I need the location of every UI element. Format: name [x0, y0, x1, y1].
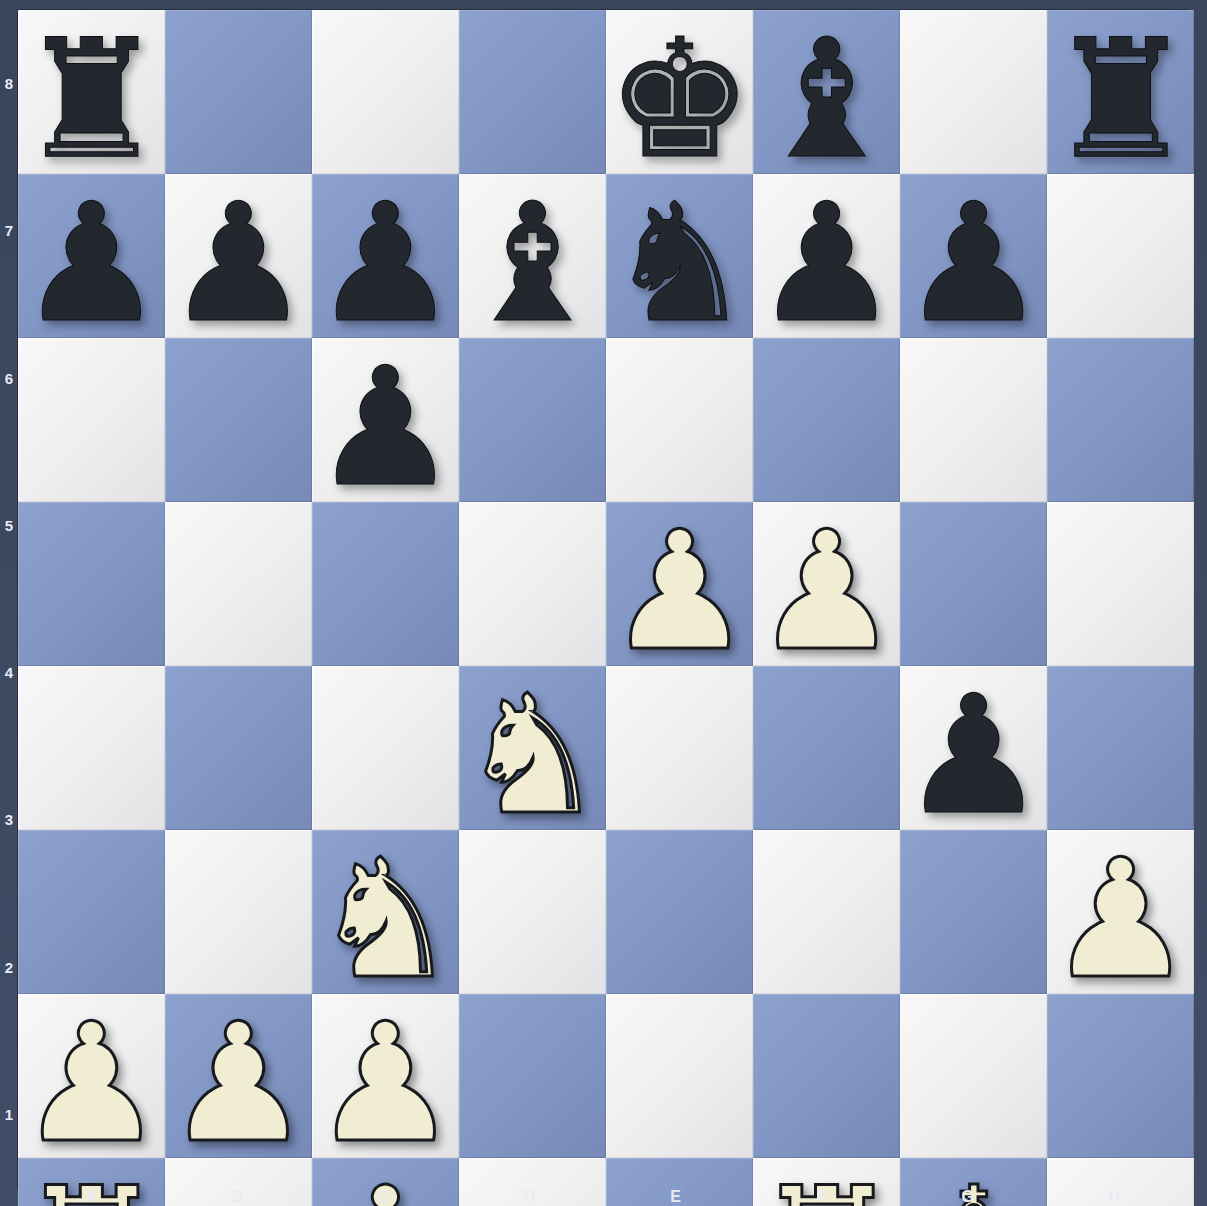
rank-label-8: 8: [0, 10, 18, 157]
square-f8[interactable]: ♝: [753, 10, 900, 174]
rank-label-3: 3: [0, 746, 18, 893]
black-pawn-g4[interactable]: ♟: [900, 674, 1047, 838]
black-pawn-f7[interactable]: ♟: [753, 182, 900, 346]
square-d4[interactable]: ♞: [459, 666, 606, 830]
square-d6[interactable]: [459, 338, 606, 502]
file-label-f: F: [749, 1188, 895, 1206]
black-pawn-b7[interactable]: ♟: [165, 182, 312, 346]
square-a2[interactable]: ♟: [18, 994, 165, 1158]
square-e3[interactable]: [606, 830, 753, 994]
black-bishop-d7[interactable]: ♝: [459, 182, 606, 346]
square-g5[interactable]: [900, 502, 1047, 666]
square-d3[interactable]: [459, 830, 606, 994]
black-pawn-c6[interactable]: ♟: [312, 346, 459, 510]
white-pawn-a2[interactable]: ♟: [18, 1002, 165, 1166]
square-c4[interactable]: [312, 666, 459, 830]
square-c8[interactable]: [312, 10, 459, 174]
square-e6[interactable]: [606, 338, 753, 502]
file-label-c: C: [310, 1188, 456, 1206]
white-knight-d4[interactable]: ♞: [459, 674, 606, 838]
white-knight-c3[interactable]: ♞: [312, 838, 459, 1002]
square-a6[interactable]: [18, 338, 165, 502]
white-pawn-h3[interactable]: ♟: [1047, 838, 1194, 1002]
square-f5[interactable]: ♟: [753, 502, 900, 666]
square-f4[interactable]: [753, 666, 900, 830]
square-c2[interactable]: ♟: [312, 994, 459, 1158]
square-f7[interactable]: ♟: [753, 174, 900, 338]
square-h2[interactable]: [1047, 994, 1194, 1158]
square-g7[interactable]: ♟: [900, 174, 1047, 338]
white-pawn-c2[interactable]: ♟: [312, 1002, 459, 1166]
square-h5[interactable]: [1047, 502, 1194, 666]
square-g4[interactable]: ♟: [900, 666, 1047, 830]
file-label-h: H: [1041, 1188, 1187, 1206]
square-b6[interactable]: [165, 338, 312, 502]
square-d5[interactable]: [459, 502, 606, 666]
square-b5[interactable]: [165, 502, 312, 666]
square-g3[interactable]: [900, 830, 1047, 994]
square-g8[interactable]: [900, 10, 1047, 174]
square-a7[interactable]: ♟: [18, 174, 165, 338]
square-a5[interactable]: [18, 502, 165, 666]
square-b3[interactable]: [165, 830, 312, 994]
square-d8[interactable]: [459, 10, 606, 174]
square-h3[interactable]: ♟: [1047, 830, 1194, 994]
black-king-e8[interactable]: ♚: [606, 18, 753, 182]
square-b8[interactable]: [165, 10, 312, 174]
file-label-a: A: [18, 1188, 164, 1206]
black-pawn-g7[interactable]: ♟: [900, 182, 1047, 346]
square-e5[interactable]: ♟: [606, 502, 753, 666]
rank-label-1: 1: [0, 1041, 18, 1188]
black-pawn-a7[interactable]: ♟: [18, 182, 165, 346]
square-b2[interactable]: ♟: [165, 994, 312, 1158]
rank-label-4: 4: [0, 599, 18, 746]
file-label-e: E: [603, 1188, 749, 1206]
square-e4[interactable]: [606, 666, 753, 830]
black-rook-a8[interactable]: ♜: [18, 18, 165, 182]
file-label-d: D: [456, 1188, 602, 1206]
square-c5[interactable]: [312, 502, 459, 666]
square-a8[interactable]: ♜: [18, 10, 165, 174]
square-e8[interactable]: ♚: [606, 10, 753, 174]
white-pawn-f5[interactable]: ♟: [753, 510, 900, 674]
square-f2[interactable]: [753, 994, 900, 1158]
rank-label-2: 2: [0, 894, 18, 1041]
black-pawn-c7[interactable]: ♟: [312, 182, 459, 346]
white-pawn-b2[interactable]: ♟: [165, 1002, 312, 1166]
square-h6[interactable]: [1047, 338, 1194, 502]
square-g6[interactable]: [900, 338, 1047, 502]
board-frame: ♜♚♝♜♟♟♟♝♞♟♟♟♟♟♞♟♞♟♟♟♟♜♝♜♚ 87654321ABCDEF…: [0, 0, 1207, 1206]
square-d7[interactable]: ♝: [459, 174, 606, 338]
square-f3[interactable]: [753, 830, 900, 994]
square-d2[interactable]: [459, 994, 606, 1158]
square-a3[interactable]: [18, 830, 165, 994]
black-knight-e7[interactable]: ♞: [606, 182, 753, 346]
square-f6[interactable]: [753, 338, 900, 502]
square-e2[interactable]: [606, 994, 753, 1158]
square-c6[interactable]: ♟: [312, 338, 459, 502]
square-h8[interactable]: ♜: [1047, 10, 1194, 174]
chess-board: ♜♚♝♜♟♟♟♝♞♟♟♟♟♟♞♟♞♟♟♟♟♜♝♜♚: [18, 10, 1187, 1188]
square-e7[interactable]: ♞: [606, 174, 753, 338]
square-c7[interactable]: ♟: [312, 174, 459, 338]
rank-label-5: 5: [0, 452, 18, 599]
square-h7[interactable]: [1047, 174, 1194, 338]
white-pawn-e5[interactable]: ♟: [606, 510, 753, 674]
file-label-g: G: [895, 1188, 1041, 1206]
square-b4[interactable]: [165, 666, 312, 830]
rank-label-7: 7: [0, 157, 18, 304]
file-label-b: B: [164, 1188, 310, 1206]
rank-label-6: 6: [0, 305, 18, 452]
square-b7[interactable]: ♟: [165, 174, 312, 338]
square-a4[interactable]: [18, 666, 165, 830]
square-g2[interactable]: [900, 994, 1047, 1158]
black-bishop-f8[interactable]: ♝: [753, 18, 900, 182]
black-rook-h8[interactable]: ♜: [1047, 18, 1194, 182]
square-c3[interactable]: ♞: [312, 830, 459, 994]
square-h4[interactable]: [1047, 666, 1194, 830]
